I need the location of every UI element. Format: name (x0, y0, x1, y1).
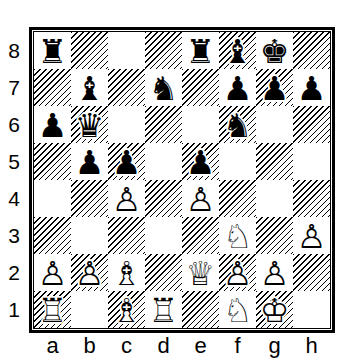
square-g5[interactable] (256, 143, 293, 180)
square-b8[interactable] (71, 32, 108, 69)
piece-black-pawn[interactable]: ♟ (219, 69, 256, 106)
square-a3[interactable] (34, 217, 71, 254)
square-e4[interactable]: ♟♙ (182, 180, 219, 217)
square-f5[interactable] (219, 143, 256, 180)
rank-labels: 87654321 (2, 32, 26, 328)
square-f8[interactable]: ♝♝ (219, 32, 256, 69)
square-h1[interactable] (293, 291, 330, 328)
square-d3[interactable] (145, 217, 182, 254)
square-g4[interactable] (256, 180, 293, 217)
rank-label-2: 2 (2, 254, 26, 291)
chess-board: ♜♜♜♜♝♝♚♚♝♝♞♞♟♟♟♟♟♟♟♟♛♛♞♞♟♟♟♟♟♟♟♙♟♙♞♘♟♙♟♙… (34, 32, 330, 328)
file-label-e: e (182, 334, 219, 358)
piece-black-knight[interactable]: ♞ (145, 69, 182, 106)
piece-black-king[interactable]: ♚ (256, 32, 293, 69)
square-h3[interactable]: ♟♙ (293, 217, 330, 254)
square-c7[interactable] (108, 69, 145, 106)
square-d6[interactable] (145, 106, 182, 143)
file-label-c: c (108, 334, 145, 358)
square-a5[interactable] (34, 143, 71, 180)
rank-label-4: 4 (2, 180, 26, 217)
rank-label-3: 3 (2, 217, 26, 254)
square-e5[interactable]: ♟♟ (182, 143, 219, 180)
piece-white-rook[interactable]: ♖ (34, 291, 71, 328)
square-b6[interactable]: ♛♛ (71, 106, 108, 143)
square-e1[interactable] (182, 291, 219, 328)
piece-black-queen[interactable]: ♛ (71, 106, 108, 143)
piece-black-pawn[interactable]: ♟ (34, 106, 71, 143)
square-h4[interactable] (293, 180, 330, 217)
square-b7[interactable]: ♝♝ (71, 69, 108, 106)
square-f4[interactable] (219, 180, 256, 217)
rank-label-5: 5 (2, 143, 26, 180)
square-f3[interactable]: ♞♘ (219, 217, 256, 254)
square-a7[interactable] (34, 69, 71, 106)
piece-white-pawn[interactable]: ♙ (256, 254, 293, 291)
square-g2[interactable]: ♟♙ (256, 254, 293, 291)
square-e8[interactable]: ♜♜ (182, 32, 219, 69)
file-label-f: f (219, 334, 256, 358)
piece-black-pawn[interactable]: ♟ (256, 69, 293, 106)
square-a1[interactable]: ♜♖ (34, 291, 71, 328)
file-label-d: d (145, 334, 182, 358)
piece-white-pawn[interactable]: ♙ (293, 217, 330, 254)
piece-white-bishop[interactable]: ♗ (108, 291, 145, 328)
piece-white-pawn[interactable]: ♙ (34, 254, 71, 291)
square-g8[interactable]: ♚♚ (256, 32, 293, 69)
piece-white-pawn[interactable]: ♙ (71, 254, 108, 291)
file-label-a: a (34, 334, 71, 358)
file-labels: abcdefgh (34, 334, 330, 358)
piece-black-bishop[interactable]: ♝ (219, 32, 256, 69)
piece-white-pawn[interactable]: ♙ (182, 180, 219, 217)
chess-diagram: 87654321 ♜♜♜♜♝♝♚♚♝♝♞♞♟♟♟♟♟♟♟♟♛♛♞♞♟♟♟♟♟♟♟… (0, 0, 360, 360)
square-g7[interactable]: ♟♟ (256, 69, 293, 106)
square-a8[interactable]: ♜♜ (34, 32, 71, 69)
square-g3[interactable] (256, 217, 293, 254)
square-c6[interactable] (108, 106, 145, 143)
square-b3[interactable] (71, 217, 108, 254)
board-frame: ♜♜♜♜♝♝♚♚♝♝♞♞♟♟♟♟♟♟♟♟♛♛♞♞♟♟♟♟♟♟♟♙♟♙♞♘♟♙♟♙… (29, 27, 335, 333)
square-e3[interactable] (182, 217, 219, 254)
square-d1[interactable]: ♜♖ (145, 291, 182, 328)
square-f7[interactable]: ♟♟ (219, 69, 256, 106)
square-g6[interactable] (256, 106, 293, 143)
square-d8[interactable] (145, 32, 182, 69)
piece-white-queen[interactable]: ♕ (182, 254, 219, 291)
square-h2[interactable] (293, 254, 330, 291)
piece-white-pawn[interactable]: ♙ (219, 254, 256, 291)
square-b2[interactable]: ♟♙ (71, 254, 108, 291)
square-a6[interactable]: ♟♟ (34, 106, 71, 143)
rank-label-6: 6 (2, 106, 26, 143)
square-c8[interactable] (108, 32, 145, 69)
piece-white-knight[interactable]: ♘ (219, 217, 256, 254)
piece-white-rook[interactable]: ♖ (145, 291, 182, 328)
square-f1[interactable]: ♞♘ (219, 291, 256, 328)
piece-white-knight[interactable]: ♘ (219, 291, 256, 328)
piece-black-rook[interactable]: ♜ (34, 32, 71, 69)
square-e7[interactable] (182, 69, 219, 106)
piece-black-pawn[interactable]: ♟ (182, 143, 219, 180)
piece-white-king[interactable]: ♔ (256, 291, 293, 328)
board-inner-border: ♜♜♜♜♝♝♚♚♝♝♞♞♟♟♟♟♟♟♟♟♛♛♞♞♟♟♟♟♟♟♟♙♟♙♞♘♟♙♟♙… (33, 31, 331, 329)
square-g1[interactable]: ♚♔ (256, 291, 293, 328)
square-c1[interactable]: ♝♗ (108, 291, 145, 328)
piece-white-pawn[interactable]: ♙ (108, 180, 145, 217)
square-h5[interactable] (293, 143, 330, 180)
square-f6[interactable]: ♞♞ (219, 106, 256, 143)
piece-white-bishop[interactable]: ♗ (108, 254, 145, 291)
file-label-g: g (256, 334, 293, 358)
square-d4[interactable] (145, 180, 182, 217)
rank-label-7: 7 (2, 69, 26, 106)
piece-black-pawn[interactable]: ♟ (293, 69, 330, 106)
square-b1[interactable] (71, 291, 108, 328)
square-h7[interactable]: ♟♟ (293, 69, 330, 106)
piece-black-pawn[interactable]: ♟ (108, 143, 145, 180)
square-d5[interactable] (145, 143, 182, 180)
square-c2[interactable]: ♝♗ (108, 254, 145, 291)
square-c4[interactable]: ♟♙ (108, 180, 145, 217)
square-a2[interactable]: ♟♙ (34, 254, 71, 291)
square-h8[interactable] (293, 32, 330, 69)
square-e6[interactable] (182, 106, 219, 143)
piece-black-knight[interactable]: ♞ (219, 106, 256, 143)
square-e2[interactable]: ♛♕ (182, 254, 219, 291)
square-b5[interactable]: ♟♟ (71, 143, 108, 180)
piece-black-pawn[interactable]: ♟ (71, 143, 108, 180)
piece-black-rook[interactable]: ♜ (182, 32, 219, 69)
square-h6[interactable] (293, 106, 330, 143)
square-a4[interactable] (34, 180, 71, 217)
rank-label-1: 1 (2, 291, 26, 328)
square-d2[interactable] (145, 254, 182, 291)
square-c3[interactable] (108, 217, 145, 254)
square-d7[interactable]: ♞♞ (145, 69, 182, 106)
file-label-b: b (71, 334, 108, 358)
square-c5[interactable]: ♟♟ (108, 143, 145, 180)
rank-label-8: 8 (2, 32, 26, 69)
piece-black-bishop[interactable]: ♝ (71, 69, 108, 106)
square-f2[interactable]: ♟♙ (219, 254, 256, 291)
square-b4[interactable] (71, 180, 108, 217)
file-label-h: h (293, 334, 330, 358)
